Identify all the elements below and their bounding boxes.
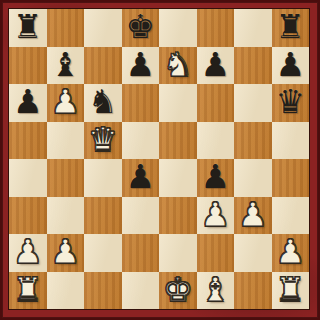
square-a5[interactable] — [9, 122, 47, 160]
square-c6[interactable]: ♞ — [84, 84, 122, 122]
square-d4[interactable]: ♟ — [122, 159, 160, 197]
white-pawn: ♟ — [50, 85, 80, 118]
white-pawn: ♟ — [200, 198, 230, 231]
square-f1[interactable]: ♝ — [197, 272, 235, 310]
square-f4[interactable]: ♟ — [197, 159, 235, 197]
square-b1[interactable] — [47, 272, 85, 310]
square-h2[interactable]: ♟ — [272, 234, 310, 272]
square-d5[interactable] — [122, 122, 160, 160]
black-pawn: ♟ — [275, 48, 305, 81]
white-pawn: ♟ — [50, 235, 80, 268]
square-e2[interactable] — [159, 234, 197, 272]
square-e8[interactable] — [159, 9, 197, 47]
square-c8[interactable] — [84, 9, 122, 47]
square-c1[interactable] — [84, 272, 122, 310]
square-a1[interactable]: ♜ — [9, 272, 47, 310]
square-e5[interactable] — [159, 122, 197, 160]
square-b7[interactable]: ♝ — [47, 47, 85, 85]
black-pawn: ♟ — [125, 160, 155, 193]
square-d6[interactable] — [122, 84, 160, 122]
square-d3[interactable] — [122, 197, 160, 235]
square-c7[interactable] — [84, 47, 122, 85]
white-pawn: ♟ — [13, 235, 43, 268]
square-e6[interactable] — [159, 84, 197, 122]
white-rook: ♜ — [275, 273, 305, 306]
square-h8[interactable]: ♜ — [272, 9, 310, 47]
black-pawn: ♟ — [13, 85, 43, 118]
chess-board: ♜♚♜♝♟♞♟♟♟♟♞♛♛♟♟♟♟♟♟♟♜♚♝♜ — [9, 9, 309, 309]
square-g4[interactable] — [234, 159, 272, 197]
square-a3[interactable] — [9, 197, 47, 235]
square-b8[interactable] — [47, 9, 85, 47]
square-d7[interactable]: ♟ — [122, 47, 160, 85]
square-b3[interactable] — [47, 197, 85, 235]
square-h7[interactable]: ♟ — [272, 47, 310, 85]
black-pawn: ♟ — [200, 160, 230, 193]
square-c4[interactable] — [84, 159, 122, 197]
square-f2[interactable] — [197, 234, 235, 272]
square-h4[interactable] — [272, 159, 310, 197]
square-a4[interactable] — [9, 159, 47, 197]
square-b5[interactable] — [47, 122, 85, 160]
white-king: ♚ — [163, 273, 193, 306]
square-a8[interactable]: ♜ — [9, 9, 47, 47]
black-king: ♚ — [125, 10, 155, 43]
black-bishop: ♝ — [50, 48, 80, 81]
square-g3[interactable]: ♟ — [234, 197, 272, 235]
square-a2[interactable]: ♟ — [9, 234, 47, 272]
square-c3[interactable] — [84, 197, 122, 235]
black-pawn: ♟ — [200, 48, 230, 81]
white-queen: ♛ — [88, 123, 118, 156]
white-bishop: ♝ — [200, 273, 230, 306]
white-knight: ♞ — [163, 48, 193, 81]
square-h6[interactable]: ♛ — [272, 84, 310, 122]
square-a6[interactable]: ♟ — [9, 84, 47, 122]
black-rook: ♜ — [13, 10, 43, 43]
square-e7[interactable]: ♞ — [159, 47, 197, 85]
square-e3[interactable] — [159, 197, 197, 235]
square-g7[interactable] — [234, 47, 272, 85]
square-h5[interactable] — [272, 122, 310, 160]
square-e1[interactable]: ♚ — [159, 272, 197, 310]
square-g8[interactable] — [234, 9, 272, 47]
square-g5[interactable] — [234, 122, 272, 160]
black-queen: ♛ — [275, 85, 305, 118]
square-c2[interactable] — [84, 234, 122, 272]
black-rook: ♜ — [275, 10, 305, 43]
square-f3[interactable]: ♟ — [197, 197, 235, 235]
square-b2[interactable]: ♟ — [47, 234, 85, 272]
square-b4[interactable] — [47, 159, 85, 197]
square-f8[interactable] — [197, 9, 235, 47]
square-e4[interactable] — [159, 159, 197, 197]
black-knight: ♞ — [88, 85, 118, 118]
white-rook: ♜ — [13, 273, 43, 306]
square-f6[interactable] — [197, 84, 235, 122]
square-f7[interactable]: ♟ — [197, 47, 235, 85]
square-g2[interactable] — [234, 234, 272, 272]
square-f5[interactable] — [197, 122, 235, 160]
white-pawn: ♟ — [238, 198, 268, 231]
square-c5[interactable]: ♛ — [84, 122, 122, 160]
square-h1[interactable]: ♜ — [272, 272, 310, 310]
square-b6[interactable]: ♟ — [47, 84, 85, 122]
square-g1[interactable] — [234, 272, 272, 310]
board-frame: ♜♚♜♝♟♞♟♟♟♟♞♛♛♟♟♟♟♟♟♟♜♚♝♜ — [0, 0, 320, 320]
white-pawn: ♟ — [275, 235, 305, 268]
square-g6[interactable] — [234, 84, 272, 122]
square-d2[interactable] — [122, 234, 160, 272]
square-a7[interactable] — [9, 47, 47, 85]
black-pawn: ♟ — [125, 48, 155, 81]
square-h3[interactable] — [272, 197, 310, 235]
square-d1[interactable] — [122, 272, 160, 310]
square-d8[interactable]: ♚ — [122, 9, 160, 47]
